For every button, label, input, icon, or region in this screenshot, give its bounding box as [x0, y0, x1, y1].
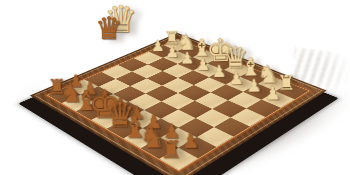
product-photo-scene: ♛ ♛ ♜♞♝♚♛♝♞♜♟♟♟♟♟♟♟♟♟♟♟♟♟♟♟♟♜♞♝♚♛♝♞♜	[0, 0, 350, 175]
black-rook: ♜	[157, 137, 185, 163]
chessboard-3d: ♜♞♝♚♛♝♞♜♟♟♟♟♟♟♟♟♟♟♟♟♟♟♟♟♜♞♝♚♛♝♞♜	[30, 33, 327, 175]
white-pawn: ♟	[260, 85, 284, 103]
board-frame: ♜♞♝♚♛♝♞♜♟♟♟♟♟♟♟♟♟♟♟♟♟♟♟♟♜♞♝♚♛♝♞♜	[30, 33, 327, 175]
extra-dark-queen: ♛	[95, 13, 123, 44]
